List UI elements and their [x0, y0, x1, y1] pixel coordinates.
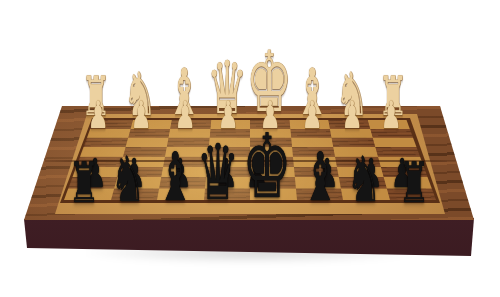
piece-black-rook-right: ♜	[398, 155, 429, 211]
piece-white-pawn-1: ♟	[87, 96, 108, 134]
piece-white-pawn-8: ♟	[380, 96, 401, 134]
piece-white-pawn-6: ♟	[301, 96, 322, 134]
piece-white-pawn-2: ♟	[130, 96, 151, 134]
piece-black-king: ♚	[242, 122, 291, 211]
piece-black-rook-left: ♜	[68, 155, 99, 211]
chess-set-product-photo: ♜♞♝♛♚♝♞♜♟♟♟♟♟♟♟♟♟♟♟♟♟♟♟♟♜♞♝♛♚♝♞♜	[0, 0, 500, 297]
piece-black-knight-left: ♞	[110, 148, 145, 211]
piece-black-knight-right: ♞	[346, 148, 381, 211]
piece-black-queen: ♛	[197, 134, 240, 211]
piece-black-bishop-right: ♝	[301, 144, 338, 211]
piece-white-pawn-7: ♟	[341, 96, 362, 134]
piece-black-bishop-left: ♝	[156, 144, 193, 211]
piece-white-pawn-3: ♟	[174, 96, 195, 134]
pieces-layer: ♜♞♝♛♚♝♞♜♟♟♟♟♟♟♟♟♟♟♟♟♟♟♟♟♜♞♝♛♚♝♞♜	[0, 0, 500, 297]
